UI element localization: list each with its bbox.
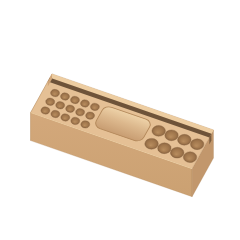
organizer-scene: [0, 0, 240, 240]
product-photo: [0, 0, 240, 240]
